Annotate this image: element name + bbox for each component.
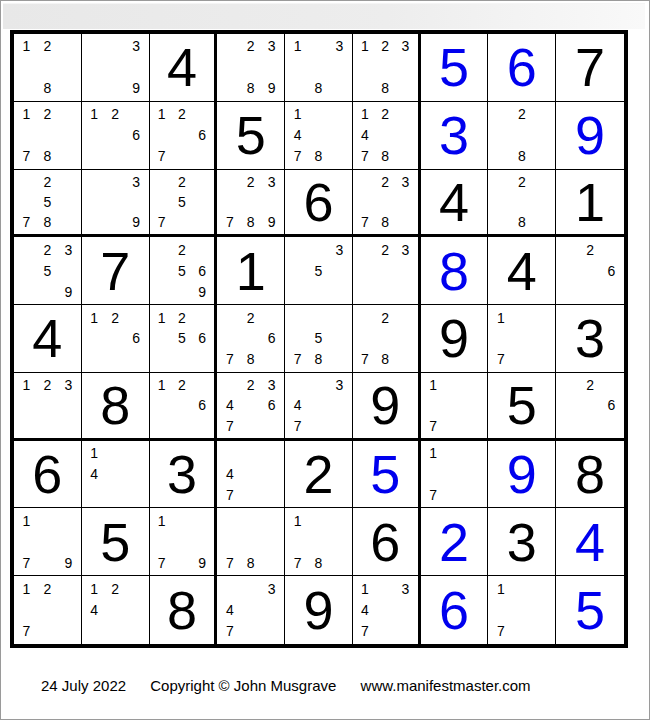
pencil-mark-slot-2: 2 bbox=[172, 239, 192, 260]
pencil-mark-slot-5 bbox=[172, 125, 192, 146]
pencil-mark-slot-4: 4 bbox=[287, 125, 308, 146]
pencil-mark-slot-3: 3 bbox=[395, 239, 415, 260]
pencil-mark-slot-7 bbox=[287, 78, 308, 99]
pencil-mark-slot-2: 2 bbox=[105, 104, 126, 125]
cell-r3c8[interactable]: 28 bbox=[488, 170, 556, 238]
pencil-mark-slot-5 bbox=[308, 57, 329, 78]
cell-r7c7[interactable]: 17 bbox=[421, 441, 489, 509]
pencil-mark-slot-7: 7 bbox=[152, 212, 172, 232]
pencil-mark-slot-8 bbox=[172, 415, 192, 435]
pencil-mark-slot-5 bbox=[375, 57, 395, 78]
pencil-mark-slot-9 bbox=[192, 349, 212, 370]
cell-r7c5[interactable]: 2 bbox=[285, 441, 353, 509]
pencil-mark-slot-9 bbox=[395, 212, 415, 232]
pencil-mark-slot-2 bbox=[444, 443, 465, 464]
pencil-mark-slot-7 bbox=[16, 78, 37, 99]
pencil-mark-slot-8: 8 bbox=[375, 78, 395, 99]
pencil-mark-slot-8: 8 bbox=[37, 146, 58, 167]
pencil-mark-slot-3 bbox=[192, 172, 212, 192]
cell-r5c8[interactable]: 17 bbox=[488, 305, 556, 373]
pencil-mark-slot-9 bbox=[126, 485, 147, 506]
pencil-mark-slot-9 bbox=[329, 349, 350, 370]
pencil-mark-slot-3 bbox=[192, 375, 212, 395]
pencil-mark-slot-2: 2 bbox=[172, 172, 192, 192]
cell-r1c9[interactable]: 7 bbox=[556, 34, 624, 102]
pencil-mark-slot-5 bbox=[375, 125, 395, 146]
pencil-mark-slot-3 bbox=[126, 307, 147, 328]
pencil-mark-slot-6 bbox=[58, 395, 79, 415]
pencil-mark-slot-2: 2 bbox=[579, 239, 600, 260]
cell-r5c3[interactable]: 1256 bbox=[150, 305, 218, 373]
cell-r9c5[interactable]: 9 bbox=[285, 576, 353, 644]
pencil-mark-slot-9 bbox=[601, 415, 622, 435]
pencil-mark-slot-2 bbox=[105, 172, 126, 192]
pencil-mark-slot-1: 1 bbox=[152, 307, 172, 328]
pencil-mark-slot-7: 7 bbox=[219, 349, 240, 370]
cell-r4c2[interactable]: 7 bbox=[82, 237, 150, 305]
pencil-mark-slot-4 bbox=[355, 57, 375, 78]
pencil-mark-slot-4: 4 bbox=[219, 599, 240, 620]
pencil-mark-slot-8: 8 bbox=[375, 146, 395, 167]
cell-r7c4[interactable]: 47 bbox=[217, 441, 285, 509]
footer-date: 24 July 2022 bbox=[41, 677, 126, 694]
pencil-mark-slot-1: 1 bbox=[152, 375, 172, 395]
pencil-mark-slot-8 bbox=[308, 281, 329, 302]
pencil-mark-slot-6: 6 bbox=[192, 328, 212, 349]
pencil-mark-slot-7: 7 bbox=[219, 415, 240, 435]
pencil-mark-slot-9 bbox=[192, 146, 212, 167]
pencil-mark-slot-3 bbox=[192, 510, 212, 531]
pencil-mark-slot-2 bbox=[444, 375, 465, 395]
pencil-mark-slot-6 bbox=[329, 531, 350, 552]
pencil-mark-slot-8 bbox=[105, 146, 126, 167]
cell-r3c3[interactable]: 257 bbox=[150, 170, 218, 238]
pencil-mark-slot-2 bbox=[308, 239, 329, 260]
pencil-mark-slot-4 bbox=[152, 260, 172, 281]
pencil-mark-slot-8: 8 bbox=[240, 552, 261, 573]
cell-r8c2[interactable]: 5 bbox=[82, 508, 150, 576]
pencil-mark-slot-3: 3 bbox=[329, 375, 350, 395]
pencil-mark-slot-6 bbox=[395, 192, 415, 212]
pencil-mark-slot-2 bbox=[308, 104, 329, 125]
pencil-mark-slot-1: 1 bbox=[84, 307, 105, 328]
pencil-mark-slot-9 bbox=[395, 349, 415, 370]
pencil-mark-slot-6 bbox=[58, 599, 79, 620]
pencil-mark-slot-3: 3 bbox=[395, 36, 415, 57]
header-bar bbox=[3, 3, 645, 29]
pencil-mark-slot-4 bbox=[355, 328, 375, 349]
pencil-mark-slot-2 bbox=[240, 510, 261, 531]
pencil-mark-slot-3 bbox=[126, 443, 147, 464]
pencil-mark-slot-4: 4 bbox=[84, 464, 105, 485]
given-digit: 9 bbox=[370, 378, 400, 432]
pencil-mark-slot-7: 7 bbox=[219, 621, 240, 642]
pencil-mark-slot-9 bbox=[192, 415, 212, 435]
pencil-mark-slot-6 bbox=[395, 57, 415, 78]
cell-r6c3[interactable]: 126 bbox=[150, 373, 218, 441]
pencil-mark-slot-7 bbox=[16, 281, 37, 302]
pencil-mark-slot-3 bbox=[329, 510, 350, 531]
pencil-mark-slot-6 bbox=[58, 531, 79, 552]
cell-r6c8[interactable]: 5 bbox=[488, 373, 556, 441]
pencil-mark-slot-7: 7 bbox=[355, 621, 375, 642]
cell-r6c5[interactable]: 347 bbox=[285, 373, 353, 441]
pencil-mark-slot-3 bbox=[58, 578, 79, 599]
pencil-mark-slot-2: 2 bbox=[37, 578, 58, 599]
cell-r9c4[interactable]: 347 bbox=[217, 576, 285, 644]
pencil-mark-slot-3 bbox=[329, 104, 350, 125]
pencil-mark-slot-8 bbox=[579, 281, 600, 302]
cell-r9c3[interactable]: 8 bbox=[150, 576, 218, 644]
given-digit: 6 bbox=[303, 175, 333, 229]
pencil-mark-slot-6: 6 bbox=[601, 260, 622, 281]
pencil-mark-slot-8: 8 bbox=[308, 552, 329, 573]
cell-r9c1[interactable]: 127 bbox=[14, 576, 82, 644]
pencil-mark-slot-9 bbox=[329, 78, 350, 99]
cell-r2c4[interactable]: 5 bbox=[217, 102, 285, 170]
pencil-mark-slot-7: 7 bbox=[287, 349, 308, 370]
pencil-mark-slot-1: 1 bbox=[423, 375, 444, 395]
pencil-mark-slot-4 bbox=[287, 260, 308, 281]
pencil-mark-slot-6 bbox=[329, 125, 350, 146]
pencil-mark-slot-7: 7 bbox=[16, 212, 37, 232]
pencil-mark-slot-6 bbox=[261, 531, 282, 552]
pencil-mark-slot-6 bbox=[395, 328, 415, 349]
pencil-mark-slot-4 bbox=[16, 395, 37, 415]
pencil-mark-slot-9 bbox=[395, 621, 415, 642]
pencil-mark-slot-2 bbox=[240, 443, 261, 464]
pencil-mark-slot-7: 7 bbox=[287, 146, 308, 167]
pencil-mark-slot-4 bbox=[84, 57, 105, 78]
pencil-mark-slot-4 bbox=[16, 192, 37, 212]
pencil-mark-slot-6 bbox=[465, 464, 486, 485]
pencil-mark-slot-1 bbox=[219, 510, 240, 531]
pencil-mark-slot-4 bbox=[84, 328, 105, 349]
pencil-mark-slot-7 bbox=[84, 621, 105, 642]
cell-r5c4[interactable]: 2678 bbox=[217, 305, 285, 373]
given-digit: 3 bbox=[167, 447, 197, 501]
pencil-mark-slot-2: 2 bbox=[37, 172, 58, 192]
pencil-mark-slot-6 bbox=[126, 192, 147, 212]
pencil-mark-slot-6 bbox=[329, 260, 350, 281]
cell-r2c3[interactable]: 1267 bbox=[150, 102, 218, 170]
pencil-mark-slot-7: 7 bbox=[490, 621, 511, 642]
pencil-mark-slot-5: 5 bbox=[308, 328, 329, 349]
pencil-mark-slot-3 bbox=[261, 443, 282, 464]
pencil-mark-slot-1 bbox=[287, 307, 308, 328]
pencil-mark-slot-5 bbox=[105, 599, 126, 620]
pencil-mark-slot-3: 3 bbox=[261, 578, 282, 599]
pencil-mark-slot-5 bbox=[511, 599, 532, 620]
pencil-mark-slot-5 bbox=[308, 125, 329, 146]
given-digit: 8 bbox=[575, 447, 605, 501]
pencil-mark-slot-3 bbox=[532, 172, 553, 192]
cell-r5c7[interactable]: 9 bbox=[421, 305, 489, 373]
pencil-mark-slot-5 bbox=[105, 192, 126, 212]
cell-r2c9[interactable]: 9 bbox=[556, 102, 624, 170]
given-digit: 4 bbox=[439, 175, 469, 229]
pencil-mark-slot-3 bbox=[395, 307, 415, 328]
cell-r5c9[interactable]: 3 bbox=[556, 305, 624, 373]
pencil-mark-slot-5 bbox=[172, 531, 192, 552]
cell-r2c6[interactable]: 12478 bbox=[353, 102, 421, 170]
pencil-mark-slot-9 bbox=[329, 281, 350, 302]
pencil-mark-slot-2: 2 bbox=[37, 104, 58, 125]
cell-r1c3[interactable]: 4 bbox=[150, 34, 218, 102]
pencil-mark-slot-1: 1 bbox=[355, 578, 375, 599]
cell-r5c5[interactable]: 578 bbox=[285, 305, 353, 373]
cell-r9c7[interactable]: 6 bbox=[421, 576, 489, 644]
cell-r8c3[interactable]: 179 bbox=[150, 508, 218, 576]
pencil-mark-slot-4 bbox=[219, 328, 240, 349]
given-digit: 4 bbox=[167, 40, 197, 94]
pencil-mark-slot-9: 9 bbox=[58, 552, 79, 573]
pencil-mark-slot-1: 1 bbox=[355, 36, 375, 57]
pencil-mark-slot-5 bbox=[511, 328, 532, 349]
pencil-mark-slot-3 bbox=[261, 510, 282, 531]
pencil-mark-slot-4 bbox=[423, 395, 444, 415]
pencil-mark-slot-1 bbox=[219, 443, 240, 464]
pencil-mark-slot-6: 6 bbox=[601, 395, 622, 415]
pencil-mark-slot-4: 4 bbox=[219, 464, 240, 485]
cell-r2c8[interactable]: 28 bbox=[488, 102, 556, 170]
pencil-mark-slot-3: 3 bbox=[395, 578, 415, 599]
pencil-mark-slot-3 bbox=[261, 307, 282, 328]
pencil-mark-slot-7 bbox=[84, 78, 105, 99]
pencil-mark-slot-4 bbox=[84, 192, 105, 212]
pencil-mark-slot-8 bbox=[511, 349, 532, 370]
pencil-mark-slot-3 bbox=[58, 104, 79, 125]
pencil-mark-slot-1: 1 bbox=[16, 375, 37, 395]
pencil-mark-slot-6 bbox=[329, 395, 350, 415]
cell-r7c9[interactable]: 8 bbox=[556, 441, 624, 509]
cell-r8c7[interactable]: 2 bbox=[421, 508, 489, 576]
cell-r2c1[interactable]: 1278 bbox=[14, 102, 82, 170]
cell-r4c6[interactable]: 23 bbox=[353, 237, 421, 305]
pencil-mark-slot-9 bbox=[261, 621, 282, 642]
pencil-mark-slot-7 bbox=[490, 212, 511, 232]
cell-r6c2[interactable]: 8 bbox=[82, 373, 150, 441]
cell-r7c6[interactable]: 5 bbox=[353, 441, 421, 509]
cell-r6c1[interactable]: 123 bbox=[14, 373, 82, 441]
pencil-mark-slot-8 bbox=[172, 281, 192, 302]
pencil-mark-slot-4 bbox=[84, 125, 105, 146]
pencil-mark-slot-2: 2 bbox=[105, 307, 126, 328]
pencil-mark-slot-4 bbox=[287, 328, 308, 349]
pencil-mark-slot-9 bbox=[126, 146, 147, 167]
cell-r9c9[interactable]: 5 bbox=[556, 576, 624, 644]
pencil-mark-slot-3: 3 bbox=[126, 172, 147, 192]
pencil-mark-slot-1: 1 bbox=[490, 307, 511, 328]
pencil-mark-slot-7 bbox=[490, 146, 511, 167]
pencil-mark-slot-9 bbox=[395, 146, 415, 167]
pencil-mark-slot-8 bbox=[105, 485, 126, 506]
cell-r6c4[interactable]: 23467 bbox=[217, 373, 285, 441]
pencil-mark-slot-8 bbox=[172, 552, 192, 573]
cell-r2c5[interactable]: 1478 bbox=[285, 102, 353, 170]
cell-r5c1[interactable]: 4 bbox=[14, 305, 82, 373]
cell-r8c5[interactable]: 178 bbox=[285, 508, 353, 576]
cell-r6c7[interactable]: 17 bbox=[421, 373, 489, 441]
pencil-mark-slot-6 bbox=[395, 599, 415, 620]
pencil-mark-slot-8: 8 bbox=[240, 349, 261, 370]
cell-r1c4[interactable]: 2389 bbox=[217, 34, 285, 102]
pencil-mark-slot-6 bbox=[58, 57, 79, 78]
pencil-mark-slot-8 bbox=[105, 621, 126, 642]
pencil-mark-slot-8: 8 bbox=[375, 349, 395, 370]
pencil-mark-slot-3 bbox=[329, 307, 350, 328]
cell-r1c6[interactable]: 1238 bbox=[353, 34, 421, 102]
pencil-mark-slot-4 bbox=[16, 260, 37, 281]
cell-r7c2[interactable]: 14 bbox=[82, 441, 150, 509]
pencil-mark-slot-9 bbox=[261, 552, 282, 573]
cell-r5c6[interactable]: 278 bbox=[353, 305, 421, 373]
pencil-mark-slot-5 bbox=[579, 395, 600, 415]
pencil-mark-slot-1: 1 bbox=[16, 510, 37, 531]
cell-r6c6[interactable]: 9 bbox=[353, 373, 421, 441]
cell-r4c1[interactable]: 2359 bbox=[14, 237, 82, 305]
cell-r2c2[interactable]: 126 bbox=[82, 102, 150, 170]
cell-r4c4[interactable]: 1 bbox=[217, 237, 285, 305]
cell-r2c7[interactable]: 3 bbox=[421, 102, 489, 170]
pencil-mark-slot-2 bbox=[240, 578, 261, 599]
cell-r4c5[interactable]: 35 bbox=[285, 237, 353, 305]
pencil-mark-slot-6: 6 bbox=[192, 395, 212, 415]
pencil-mark-slot-7 bbox=[84, 485, 105, 506]
pencil-mark-slot-8 bbox=[375, 621, 395, 642]
pencil-mark-slot-5 bbox=[240, 599, 261, 620]
cell-r3c4[interactable]: 23789 bbox=[217, 170, 285, 238]
pencil-mark-slot-1: 1 bbox=[84, 104, 105, 125]
cell-r6c9[interactable]: 26 bbox=[556, 373, 624, 441]
cell-r1c7[interactable]: 5 bbox=[421, 34, 489, 102]
footer: 24 July 2022 Copyright © John Musgrave w… bbox=[41, 677, 531, 694]
pencil-mark-slot-2: 2 bbox=[375, 104, 395, 125]
pencil-mark-slot-2: 2 bbox=[375, 36, 395, 57]
pencil-mark-slot-7: 7 bbox=[355, 146, 375, 167]
cell-r3c7[interactable]: 4 bbox=[421, 170, 489, 238]
pencil-mark-slot-2 bbox=[375, 578, 395, 599]
footer-copyright: Copyright © John Musgrave bbox=[150, 677, 336, 694]
cell-r1c5[interactable]: 138 bbox=[285, 34, 353, 102]
cell-r1c8[interactable]: 6 bbox=[488, 34, 556, 102]
pencil-mark-slot-8: 8 bbox=[240, 78, 261, 99]
pencil-mark-slot-4 bbox=[355, 260, 375, 281]
cell-r8c4[interactable]: 78 bbox=[217, 508, 285, 576]
pencil-mark-slot-8 bbox=[37, 552, 58, 573]
pencil-mark-slot-5 bbox=[308, 531, 329, 552]
pencil-mark-slot-6 bbox=[126, 464, 147, 485]
pencil-mark-slot-4 bbox=[152, 395, 172, 415]
pencil-mark-slot-9 bbox=[465, 415, 486, 435]
pencil-mark-slot-2: 2 bbox=[240, 375, 261, 395]
pencil-mark-slot-1 bbox=[219, 36, 240, 57]
pencil-mark-slot-4 bbox=[16, 599, 37, 620]
pencil-mark-slot-8 bbox=[240, 415, 261, 435]
cell-r3c9[interactable]: 1 bbox=[556, 170, 624, 238]
cell-r5c2[interactable]: 126 bbox=[82, 305, 150, 373]
cell-r7c1[interactable]: 6 bbox=[14, 441, 82, 509]
pencil-mark-slot-7: 7 bbox=[355, 349, 375, 370]
cell-r8c6[interactable]: 6 bbox=[353, 508, 421, 576]
cell-r4c3[interactable]: 2569 bbox=[150, 237, 218, 305]
cell-r9c6[interactable]: 1347 bbox=[353, 576, 421, 644]
cell-r8c9[interactable]: 4 bbox=[556, 508, 624, 576]
pencil-mark-slot-1 bbox=[84, 36, 105, 57]
given-digit: 4 bbox=[507, 244, 537, 298]
pencil-mark-slot-1: 1 bbox=[355, 104, 375, 125]
pencil-mark-slot-1 bbox=[219, 307, 240, 328]
cell-r7c3[interactable]: 3 bbox=[150, 441, 218, 509]
pencil-mark-slot-7 bbox=[558, 281, 579, 302]
pencil-mark-slot-3 bbox=[465, 443, 486, 464]
pencil-mark-slot-1 bbox=[16, 239, 37, 260]
pencil-mark-slot-2: 2 bbox=[172, 375, 192, 395]
pencil-mark-slot-9 bbox=[329, 552, 350, 573]
pencil-mark-slot-3: 3 bbox=[329, 36, 350, 57]
pencil-mark-slot-9 bbox=[532, 146, 553, 167]
pencil-mark-slot-5 bbox=[375, 260, 395, 281]
pencil-mark-slot-1: 1 bbox=[152, 104, 172, 125]
cell-r9c2[interactable]: 124 bbox=[82, 576, 150, 644]
cell-r1c2[interactable]: 39 bbox=[82, 34, 150, 102]
cell-r8c8[interactable]: 3 bbox=[488, 508, 556, 576]
solved-digit: 5 bbox=[370, 447, 400, 501]
pencil-mark-slot-8 bbox=[172, 146, 192, 167]
pencil-mark-slot-3 bbox=[395, 104, 415, 125]
cell-r3c6[interactable]: 2378 bbox=[353, 170, 421, 238]
pencil-mark-slot-1 bbox=[287, 239, 308, 260]
pencil-mark-slot-7: 7 bbox=[152, 552, 172, 573]
pencil-mark-slot-9 bbox=[601, 281, 622, 302]
pencil-mark-slot-6: 6 bbox=[126, 328, 147, 349]
cell-r8c1[interactable]: 179 bbox=[14, 508, 82, 576]
cell-r4c9[interactable]: 26 bbox=[556, 237, 624, 305]
cell-r9c8[interactable]: 17 bbox=[488, 576, 556, 644]
cell-r1c1[interactable]: 128 bbox=[14, 34, 82, 102]
pencil-mark-slot-9: 9 bbox=[261, 212, 282, 232]
pencil-mark-slot-3: 3 bbox=[126, 36, 147, 57]
pencil-mark-slot-3 bbox=[601, 375, 622, 395]
pencil-mark-slot-1: 1 bbox=[84, 578, 105, 599]
pencil-mark-slot-3 bbox=[126, 578, 147, 599]
given-digit: 6 bbox=[32, 447, 62, 501]
cell-r3c5[interactable]: 6 bbox=[285, 170, 353, 238]
cell-r3c1[interactable]: 2578 bbox=[14, 170, 82, 238]
cell-r3c2[interactable]: 39 bbox=[82, 170, 150, 238]
pencil-mark-slot-1 bbox=[219, 375, 240, 395]
given-digit: 7 bbox=[100, 244, 130, 298]
pencil-mark-slot-4 bbox=[490, 192, 511, 212]
pencil-mark-slot-8 bbox=[579, 415, 600, 435]
pencil-mark-slot-1: 1 bbox=[16, 578, 37, 599]
pencil-mark-slot-5 bbox=[240, 464, 261, 485]
pencil-mark-slot-5 bbox=[37, 599, 58, 620]
cell-r4c8[interactable]: 4 bbox=[488, 237, 556, 305]
solved-digit: 9 bbox=[575, 108, 605, 162]
pencil-mark-slot-6: 6 bbox=[126, 125, 147, 146]
pencil-mark-slot-2 bbox=[308, 307, 329, 328]
given-digit: 7 bbox=[575, 40, 605, 94]
given-digit: 6 bbox=[370, 515, 400, 569]
cell-r4c7[interactable]: 8 bbox=[421, 237, 489, 305]
pencil-mark-slot-3: 3 bbox=[261, 36, 282, 57]
pencil-mark-slot-5 bbox=[375, 192, 395, 212]
pencil-mark-slot-1: 1 bbox=[16, 104, 37, 125]
pencil-mark-slot-9: 9 bbox=[261, 78, 282, 99]
cell-r7c8[interactable]: 9 bbox=[488, 441, 556, 509]
pencil-mark-slot-2: 2 bbox=[579, 375, 600, 395]
